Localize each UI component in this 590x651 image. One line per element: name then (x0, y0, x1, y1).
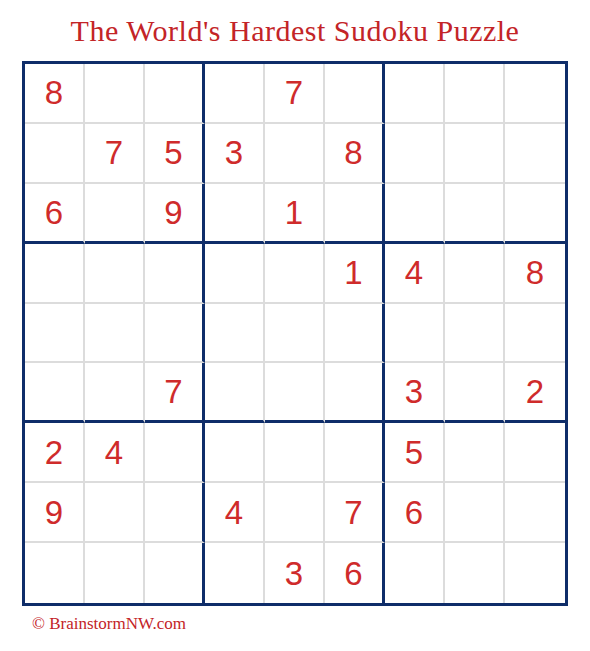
cell-r8c8[interactable] (445, 483, 505, 543)
cell-r5c5[interactable] (265, 304, 325, 364)
cell-r8c1[interactable]: 9 (25, 483, 85, 543)
cell-r9c3[interactable] (145, 543, 205, 603)
cell-r4c6[interactable]: 1 (325, 244, 385, 304)
cell-r7c8[interactable] (445, 423, 505, 483)
cell-r4c4[interactable] (205, 244, 265, 304)
cell-r6c9[interactable]: 2 (505, 363, 565, 423)
cell-r5c1[interactable] (25, 304, 85, 364)
cell-r2c5[interactable] (265, 124, 325, 184)
cell-r4c9[interactable]: 8 (505, 244, 565, 304)
cell-r7c2[interactable]: 4 (85, 423, 145, 483)
cell-r6c8[interactable] (445, 363, 505, 423)
cell-r5c9[interactable] (505, 304, 565, 364)
cell-r3c4[interactable] (205, 184, 265, 244)
cell-r6c1[interactable] (25, 363, 85, 423)
cell-r2c7[interactable] (385, 124, 445, 184)
page-title: The World's Hardest Sudoku Puzzle (0, 14, 590, 48)
cell-r2c9[interactable] (505, 124, 565, 184)
cell-r4c7[interactable]: 4 (385, 244, 445, 304)
cell-r5c3[interactable] (145, 304, 205, 364)
cell-r5c6[interactable] (325, 304, 385, 364)
cell-r8c9[interactable] (505, 483, 565, 543)
cell-r7c3[interactable] (145, 423, 205, 483)
cell-r2c6[interactable]: 8 (325, 124, 385, 184)
cell-r5c7[interactable] (385, 304, 445, 364)
cell-r1c4[interactable] (205, 64, 265, 124)
cell-r8c4[interactable]: 4 (205, 483, 265, 543)
cell-r7c6[interactable] (325, 423, 385, 483)
cell-r8c7[interactable]: 6 (385, 483, 445, 543)
cell-r5c2[interactable] (85, 304, 145, 364)
cell-r9c1[interactable] (25, 543, 85, 603)
sudoku-page: The World's Hardest Sudoku Puzzle 877538… (0, 0, 590, 651)
cell-r2c8[interactable] (445, 124, 505, 184)
cell-r3c9[interactable] (505, 184, 565, 244)
cell-r7c5[interactable] (265, 423, 325, 483)
cell-r7c1[interactable]: 2 (25, 423, 85, 483)
cell-r9c5[interactable]: 3 (265, 543, 325, 603)
cell-r3c8[interactable] (445, 184, 505, 244)
cell-r8c6[interactable]: 7 (325, 483, 385, 543)
cell-r2c2[interactable]: 7 (85, 124, 145, 184)
cell-r4c8[interactable] (445, 244, 505, 304)
cell-r9c2[interactable] (85, 543, 145, 603)
cell-r6c6[interactable] (325, 363, 385, 423)
cell-r6c5[interactable] (265, 363, 325, 423)
cell-r3c1[interactable]: 6 (25, 184, 85, 244)
cell-r1c7[interactable] (385, 64, 445, 124)
cell-r9c4[interactable] (205, 543, 265, 603)
cell-r7c7[interactable]: 5 (385, 423, 445, 483)
cell-r6c4[interactable] (205, 363, 265, 423)
cell-r4c2[interactable] (85, 244, 145, 304)
cell-r2c1[interactable] (25, 124, 85, 184)
cell-r2c3[interactable]: 5 (145, 124, 205, 184)
cell-r4c3[interactable] (145, 244, 205, 304)
footer-copyright: © BrainstormNW.com (32, 614, 186, 634)
cell-r2c4[interactable]: 3 (205, 124, 265, 184)
cell-r5c4[interactable] (205, 304, 265, 364)
cell-r8c3[interactable] (145, 483, 205, 543)
cell-r9c6[interactable]: 6 (325, 543, 385, 603)
cell-r3c7[interactable] (385, 184, 445, 244)
cell-r1c6[interactable] (325, 64, 385, 124)
cell-r8c5[interactable] (265, 483, 325, 543)
sudoku-board: 877538691148732245947636 (22, 61, 568, 606)
cell-r9c7[interactable] (385, 543, 445, 603)
cell-r1c3[interactable] (145, 64, 205, 124)
cell-r1c1[interactable]: 8 (25, 64, 85, 124)
cell-r3c6[interactable] (325, 184, 385, 244)
cell-r9c9[interactable] (505, 543, 565, 603)
cell-r5c8[interactable] (445, 304, 505, 364)
cell-r3c3[interactable]: 9 (145, 184, 205, 244)
cell-r4c1[interactable] (25, 244, 85, 304)
cell-r7c9[interactable] (505, 423, 565, 483)
cell-r1c5[interactable]: 7 (265, 64, 325, 124)
cell-r8c2[interactable] (85, 483, 145, 543)
cell-r9c8[interactable] (445, 543, 505, 603)
cell-r6c7[interactable]: 3 (385, 363, 445, 423)
cell-r4c5[interactable] (265, 244, 325, 304)
cell-r6c2[interactable] (85, 363, 145, 423)
cell-r6c3[interactable]: 7 (145, 363, 205, 423)
cell-r1c9[interactable] (505, 64, 565, 124)
cell-r3c2[interactable] (85, 184, 145, 244)
cell-r1c8[interactable] (445, 64, 505, 124)
cell-r3c5[interactable]: 1 (265, 184, 325, 244)
cell-r1c2[interactable] (85, 64, 145, 124)
cell-r7c4[interactable] (205, 423, 265, 483)
